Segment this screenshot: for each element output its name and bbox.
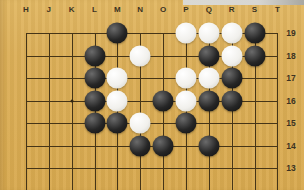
- grid-line-col-T: [277, 33, 278, 190]
- white-stone-N18[interactable]: [130, 45, 151, 66]
- coord-row-label-17: 17: [286, 74, 295, 83]
- black-stone-L18[interactable]: [84, 45, 105, 66]
- grid-line-row-15: [26, 123, 277, 124]
- coord-column-label-Q: Q: [206, 6, 212, 14]
- coord-row-label-16: 16: [286, 96, 295, 105]
- grid-line-col-M: [117, 33, 118, 190]
- white-stone-M16[interactable]: [107, 90, 128, 111]
- white-stone-P17[interactable]: [175, 68, 196, 89]
- white-stone-N15[interactable]: [130, 113, 151, 134]
- coord-column-label-H: H: [23, 6, 29, 14]
- coord-row-label-13: 13: [286, 164, 295, 173]
- white-stone-R18[interactable]: [221, 45, 242, 66]
- grid-line-col-O: [163, 33, 164, 190]
- black-stone-L15[interactable]: [84, 113, 105, 134]
- coord-column-label-T: T: [275, 6, 280, 14]
- black-stone-Q16[interactable]: [198, 90, 219, 111]
- white-stone-M17[interactable]: [107, 68, 128, 89]
- coord-column-label-M: M: [114, 6, 121, 14]
- white-stone-P19[interactable]: [175, 23, 196, 44]
- coord-row-label-15: 15: [286, 119, 295, 128]
- coord-column-label-N: N: [137, 6, 143, 14]
- black-stone-R16[interactable]: [221, 90, 242, 111]
- black-stone-R17[interactable]: [221, 68, 242, 89]
- black-stone-L16[interactable]: [84, 90, 105, 111]
- white-stone-Q17[interactable]: [198, 68, 219, 89]
- go-board-view: HJKLMNOPQRST19181716151413: [0, 0, 304, 190]
- black-stone-Q14[interactable]: [198, 135, 219, 156]
- grid-line-row-13: [26, 168, 277, 169]
- black-stone-S18[interactable]: [244, 45, 265, 66]
- black-stone-Q18[interactable]: [198, 45, 219, 66]
- black-stone-O14[interactable]: [153, 135, 174, 156]
- coord-row-label-18: 18: [286, 51, 295, 60]
- black-stone-M15[interactable]: [107, 113, 128, 134]
- white-stone-R19[interactable]: [221, 23, 242, 44]
- coord-column-label-L: L: [92, 6, 97, 14]
- star-point-K16: [70, 99, 73, 102]
- grid-line-col-K: [72, 33, 73, 190]
- coord-column-label-P: P: [183, 6, 188, 14]
- grid-line-col-P: [186, 33, 187, 190]
- white-stone-P16[interactable]: [175, 90, 196, 111]
- black-stone-S19[interactable]: [244, 23, 265, 44]
- grid-line-col-J: [49, 33, 50, 190]
- coord-row-label-19: 19: [286, 29, 295, 38]
- go-board[interactable]: HJKLMNOPQRST19181716151413: [0, 0, 304, 190]
- black-stone-N14[interactable]: [130, 135, 151, 156]
- coord-column-label-K: K: [69, 6, 75, 14]
- black-stone-O16[interactable]: [153, 90, 174, 111]
- coord-column-label-O: O: [160, 6, 166, 14]
- black-stone-P15[interactable]: [175, 113, 196, 134]
- coord-row-label-14: 14: [286, 141, 295, 150]
- black-stone-L17[interactable]: [84, 68, 105, 89]
- grid-line-col-H: [26, 33, 27, 190]
- coord-column-label-S: S: [252, 6, 257, 14]
- white-stone-Q19[interactable]: [198, 23, 219, 44]
- coord-column-label-J: J: [47, 6, 51, 14]
- black-stone-M19[interactable]: [107, 23, 128, 44]
- coord-column-label-R: R: [229, 6, 235, 14]
